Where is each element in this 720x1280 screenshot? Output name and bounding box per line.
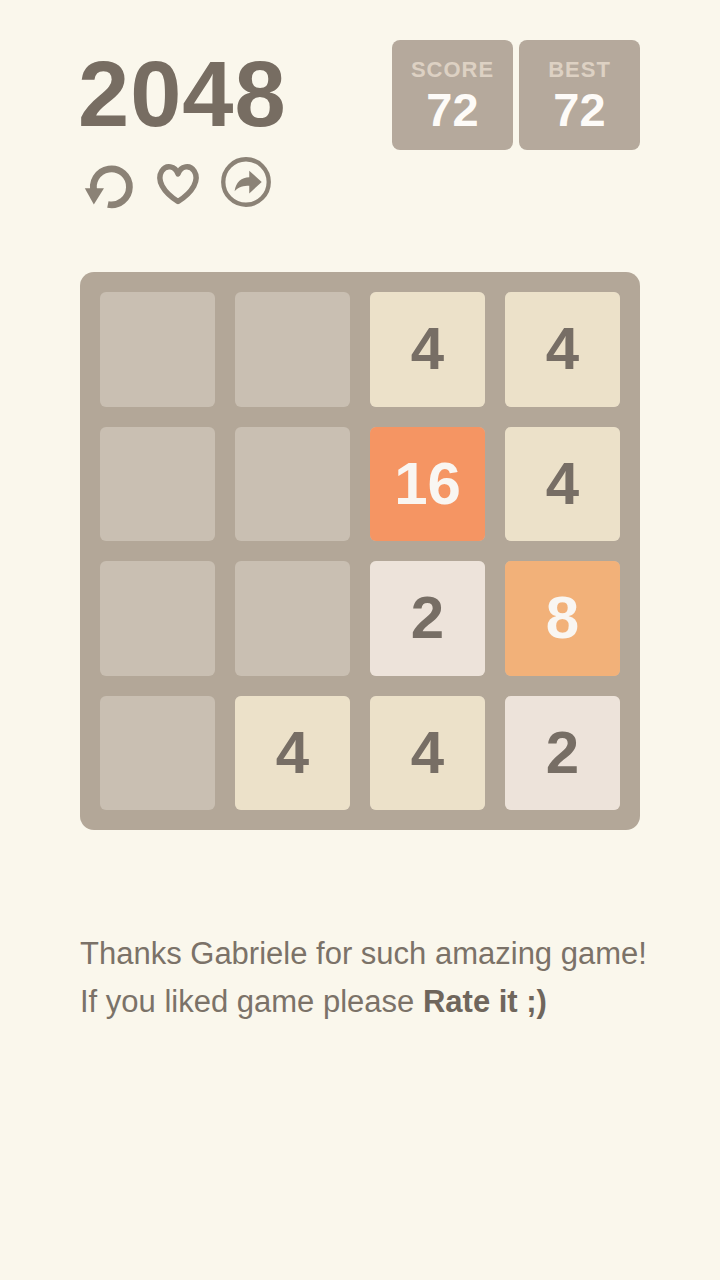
board[interactable]: 4416428442 — [80, 272, 640, 830]
tile-4: 4 — [370, 292, 485, 407]
cell-r1c1 — [100, 292, 215, 407]
score-panel: SCORE 72 BEST 72 — [392, 40, 640, 150]
cell-r4c1 — [100, 696, 215, 811]
cell-r1c3: 4 — [370, 292, 485, 407]
tile-2: 2 — [370, 561, 485, 676]
page-title: 2048 — [78, 48, 287, 140]
tile-4: 4 — [370, 696, 485, 811]
share-button[interactable] — [220, 156, 272, 208]
cell-r4c2: 4 — [235, 696, 350, 811]
tile-4: 4 — [505, 292, 620, 407]
cell-r2c3: 16 — [370, 427, 485, 542]
best-label: BEST — [548, 57, 611, 83]
undo-button[interactable] — [82, 154, 136, 210]
cell-r3c2 — [235, 561, 350, 676]
toolbar — [82, 154, 272, 210]
cell-r1c2 — [235, 292, 350, 407]
cell-r1c4: 4 — [505, 292, 620, 407]
best-box: BEST 72 — [519, 40, 640, 150]
cell-r2c1 — [100, 427, 215, 542]
tile-16: 16 — [370, 427, 485, 542]
cell-r2c2 — [235, 427, 350, 542]
score-box: SCORE 72 — [392, 40, 513, 150]
cell-r4c3: 4 — [370, 696, 485, 811]
footer-line1: Thanks Gabriele for such amazing game! — [80, 930, 660, 978]
footer-line2-prefix: If you liked game please — [80, 984, 423, 1019]
tile-8: 8 — [505, 561, 620, 676]
tile-4: 4 — [235, 696, 350, 811]
footer-text: Thanks Gabriele for such amazing game! I… — [80, 930, 660, 1026]
tile-2: 2 — [505, 696, 620, 811]
score-value: 72 — [426, 86, 478, 133]
rate-it-link[interactable]: Rate it ;) — [423, 984, 547, 1019]
cell-r4c4: 2 — [505, 696, 620, 811]
heart-icon — [152, 156, 204, 208]
tile-4: 4 — [505, 427, 620, 542]
cell-r3c3: 2 — [370, 561, 485, 676]
score-label: SCORE — [411, 57, 494, 83]
undo-icon — [82, 154, 136, 210]
cell-r3c4: 8 — [505, 561, 620, 676]
footer-line2: If you liked game please Rate it ;) — [80, 978, 660, 1026]
favorite-button[interactable] — [152, 156, 204, 208]
cell-r3c1 — [100, 561, 215, 676]
cell-r2c4: 4 — [505, 427, 620, 542]
share-icon — [220, 156, 272, 208]
best-value: 72 — [553, 86, 605, 133]
